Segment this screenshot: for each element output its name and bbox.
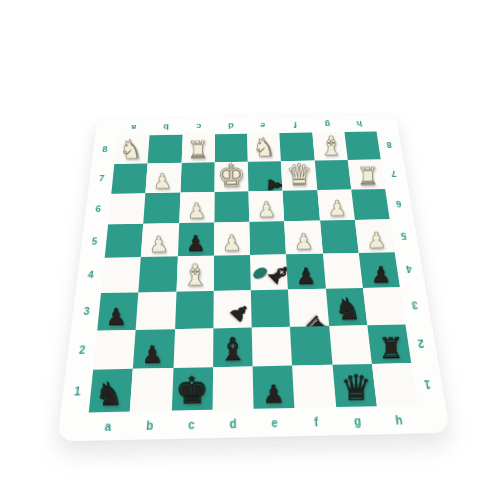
piece-white-king-d7[interactable]: ♚ (217, 159, 246, 191)
square-g6[interactable]: ♟ (317, 189, 355, 221)
coordinate-label: 2 (417, 337, 425, 349)
square-e2[interactable] (252, 326, 293, 366)
square-b5[interactable]: ♟ (141, 223, 179, 257)
square-f1[interactable] (292, 365, 335, 408)
coordinate-label: 6 (395, 199, 402, 208)
coordinate-label: h (395, 413, 404, 426)
piece-black-pawn-h4[interactable]: ♟ (371, 264, 392, 287)
coordinate-label: 1 (424, 378, 432, 390)
piece-white-bishop-g8[interactable]: ♝ (318, 133, 342, 160)
coordinate-label: 3 (83, 306, 90, 317)
piece-black-pawn-e1[interactable]: ♟ (262, 382, 285, 407)
coordinate-label: 4 (406, 264, 413, 274)
square-g3[interactable]: ♞ (325, 288, 367, 326)
piece-black-rook-h2[interactable]: ♜ (378, 334, 404, 363)
square-c2[interactable] (173, 328, 213, 368)
square-a4[interactable] (101, 257, 141, 293)
piece-white-rook-c8[interactable]: ♜ (187, 138, 209, 162)
square-c8[interactable]: ♜ (181, 134, 215, 162)
square-e6[interactable]: ♟ (249, 190, 285, 222)
coordinate-label: g (324, 120, 330, 128)
square-d3[interactable]: ♟ (213, 290, 252, 328)
piece-black-pawn-b2[interactable]: ♟ (142, 343, 164, 368)
square-f4[interactable]: ♟ (286, 254, 325, 290)
piece-white-queen-f7[interactable]: ♛ (286, 160, 313, 190)
square-e7[interactable]: ♟ (248, 161, 283, 191)
square-f6[interactable] (283, 190, 320, 222)
square-g7[interactable] (314, 160, 351, 190)
piece-white-pawn-c6[interactable]: ♟ (186, 201, 206, 223)
square-f2[interactable] (290, 326, 332, 366)
square-g5[interactable] (320, 220, 359, 254)
square-a1[interactable]: ♞ (89, 369, 133, 412)
square-a6[interactable] (108, 193, 146, 225)
square-c1[interactable]: ♚ (171, 367, 213, 410)
square-h1[interactable] (372, 363, 418, 406)
square-a2[interactable] (93, 329, 136, 370)
coordinate-label: c (196, 122, 201, 130)
coordinate-label: e (271, 416, 278, 429)
chess-mat: abcdefgh 87654321 ♞♜♞♝♟♚♟♛♜♟♟♟♟♟♟♟♟♝♝♟♟♟… (57, 114, 451, 441)
square-b4[interactable] (139, 256, 178, 292)
coordinate-label: d (228, 121, 233, 129)
square-h7[interactable]: ♜ (348, 159, 386, 189)
square-h5[interactable]: ♟ (355, 219, 395, 252)
coordinate-label: 2 (78, 344, 85, 356)
square-d7[interactable]: ♚ (214, 162, 248, 192)
piece-black-pawn-f4[interactable]: ♟ (296, 265, 317, 288)
piece-white-pawn-h5[interactable]: ♟ (366, 230, 386, 252)
square-e5[interactable] (249, 221, 286, 255)
square-f7[interactable]: ♛ (281, 160, 317, 190)
coordinate-label: c (188, 418, 195, 431)
square-d4[interactable] (213, 255, 250, 291)
coordinate-label: a (104, 419, 112, 432)
square-b3[interactable] (136, 291, 176, 329)
coordinate-label: g (353, 414, 361, 427)
coordinate-label: 4 (87, 270, 94, 280)
square-b8[interactable] (148, 135, 182, 164)
square-a8[interactable]: ♞ (114, 135, 149, 164)
coordinate-label: 3 (411, 300, 419, 311)
piece-white-pawn-f5[interactable]: ♟ (294, 231, 314, 253)
piece-white-bishop-c4[interactable]: ♝ (181, 260, 208, 290)
piece-black-knight-a1[interactable]: ♞ (95, 379, 124, 411)
coordinate-label: e (260, 121, 265, 129)
coordinate-label: 5 (400, 231, 407, 241)
coordinate-label: 7 (391, 169, 398, 178)
square-b7[interactable]: ♟ (146, 163, 181, 193)
square-b1[interactable] (130, 368, 173, 411)
square-d5[interactable]: ♟ (214, 222, 250, 256)
square-h3[interactable] (363, 287, 406, 325)
square-e4[interactable]: ♝ (250, 254, 288, 290)
square-h6[interactable] (351, 189, 390, 221)
square-h8[interactable] (344, 131, 380, 159)
coordinate-label: f (314, 415, 319, 428)
coordinate-label: 8 (386, 141, 392, 149)
square-h2[interactable]: ♜ (367, 324, 411, 364)
product-photo: abcdefgh 87654321 ♞♜♞♝♟♚♟♛♜♟♟♟♟♟♟♟♟♝♝♟♟♟… (0, 0, 500, 500)
piece-black-bishop-d2[interactable]: ♝ (218, 334, 247, 366)
square-g8[interactable]: ♝ (312, 132, 348, 160)
square-a7[interactable] (111, 163, 147, 193)
piece-black-pawn-c5[interactable]: ♟ (185, 233, 205, 255)
square-f3[interactable]: ♜ (288, 289, 328, 327)
square-d6[interactable] (214, 191, 249, 223)
square-g1[interactable]: ♛ (332, 364, 377, 407)
square-c4[interactable]: ♝ (176, 256, 214, 292)
square-a3[interactable]: ♟ (97, 292, 138, 330)
square-b2[interactable]: ♟ (133, 329, 174, 369)
piece-black-queen-g1[interactable]: ♛ (340, 370, 372, 406)
piece-white-pawn-b5[interactable]: ♟ (149, 234, 169, 256)
piece-white-pawn-b7[interactable]: ♟ (153, 171, 172, 192)
square-c3[interactable] (175, 291, 214, 329)
square-f5[interactable]: ♟ (284, 221, 322, 255)
square-e1[interactable]: ♟ (253, 366, 295, 409)
coordinate-label: b (164, 123, 170, 131)
piece-white-pawn-g6[interactable]: ♟ (327, 198, 346, 220)
square-e3[interactable] (251, 289, 290, 327)
coordinate-label: 1 (74, 385, 82, 397)
square-c7[interactable] (180, 162, 215, 192)
coordinate-label: f (293, 120, 297, 128)
piece-white-knight-a8[interactable]: ♞ (119, 137, 143, 163)
perspective-scene: abcdefgh 87654321 ♞♜♞♝♟♚♟♛♜♟♟♟♟♟♟♟♟♝♝♟♟♟… (0, 0, 500, 500)
piece-black-knight-g3[interactable]: ♞ (334, 294, 361, 324)
square-c6[interactable]: ♟ (179, 192, 215, 224)
piece-black-king-c1[interactable]: ♚ (174, 371, 208, 409)
piece-white-pawn-e6[interactable]: ♟ (257, 199, 277, 221)
coordinate-label: 5 (91, 236, 98, 246)
coordinate-label: d (230, 417, 237, 430)
square-h4[interactable]: ♟ (359, 252, 400, 288)
square-g2[interactable] (329, 325, 372, 365)
coordinate-label: a (131, 123, 137, 131)
coordinate-label: 8 (102, 146, 108, 154)
coordinate-label: 7 (99, 174, 105, 183)
square-e8[interactable]: ♞ (247, 133, 281, 161)
coordinate-label: 6 (95, 204, 101, 213)
piece-white-pawn-d5[interactable]: ♟ (222, 232, 242, 254)
square-d2[interactable]: ♝ (213, 327, 253, 367)
chess-board: ♞♜♞♝♟♚♟♛♜♟♟♟♟♟♟♟♟♝♝♟♟♟♟♜♞♟♝♜♞♚♟♛ (89, 131, 418, 412)
coordinate-label: b (146, 419, 154, 432)
square-c5[interactable]: ♟ (177, 223, 214, 257)
piece-white-knight-e8[interactable]: ♞ (252, 135, 276, 161)
square-g4[interactable] (322, 253, 362, 289)
piece-white-rook-h7[interactable]: ♜ (357, 163, 379, 188)
file-labels-bottom: abcdefgh (86, 408, 421, 439)
piece-black-pawn-d3[interactable]: ♟ (225, 298, 255, 326)
coordinate-label: h (356, 119, 362, 127)
piece-black-pawn-a3[interactable]: ♟ (106, 305, 127, 329)
square-a5[interactable] (105, 224, 144, 258)
square-d1[interactable] (212, 367, 253, 410)
square-b6[interactable] (143, 192, 180, 224)
